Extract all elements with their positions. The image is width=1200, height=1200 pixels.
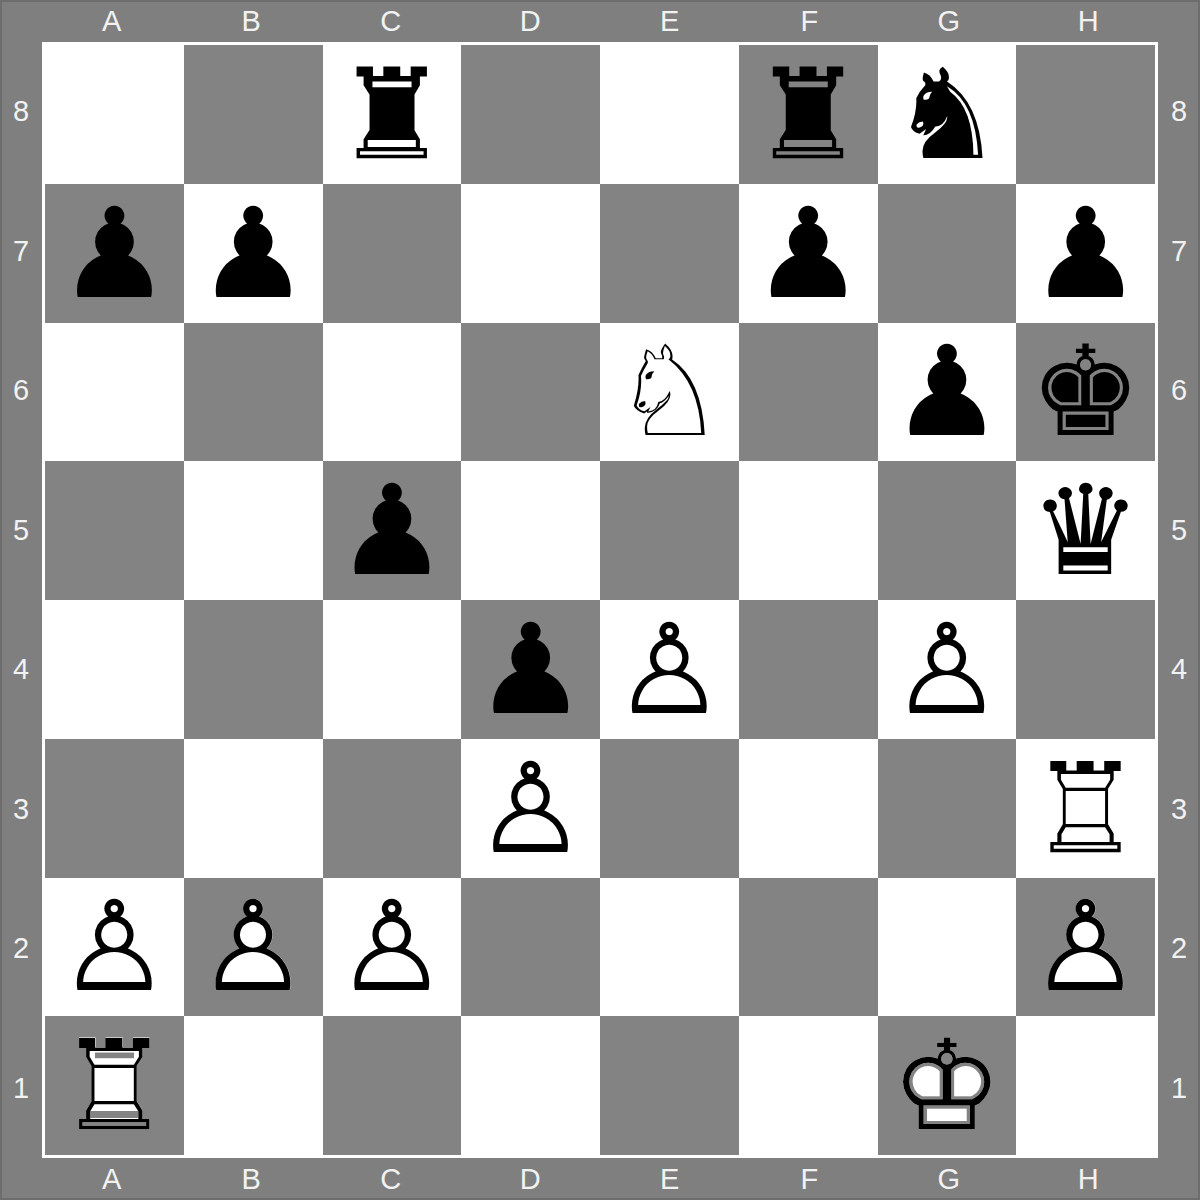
rank-label-right-3: 3 xyxy=(1158,740,1200,880)
file-label-top-g: G xyxy=(879,0,1019,42)
file-label-bottom-a: A xyxy=(42,1158,182,1200)
square-f1[interactable] xyxy=(739,1016,878,1155)
square-c4[interactable] xyxy=(323,600,462,739)
square-d2[interactable] xyxy=(461,878,600,1017)
square-h5[interactable]: ♛ xyxy=(1016,461,1155,600)
piece-white-pawn: ♟♙ xyxy=(600,600,739,739)
square-d8[interactable] xyxy=(461,45,600,184)
black-piece-glyph: ♟ xyxy=(878,323,1017,462)
black-piece-glyph: ♜ xyxy=(739,45,878,184)
file-label-top-c: C xyxy=(321,0,461,42)
file-label-top-f: F xyxy=(740,0,880,42)
square-e1[interactable] xyxy=(600,1016,739,1155)
file-label-bottom-f: F xyxy=(740,1158,880,1200)
square-h3[interactable]: ♜♖ xyxy=(1016,739,1155,878)
black-piece-glyph: ♟ xyxy=(184,184,323,323)
square-h8[interactable] xyxy=(1016,45,1155,184)
square-h7[interactable]: ♟ xyxy=(1016,184,1155,323)
square-b6[interactable] xyxy=(184,323,323,462)
white-piece-outline-layer: ♙ xyxy=(878,600,1017,739)
square-f7[interactable]: ♟ xyxy=(739,184,878,323)
square-g2[interactable] xyxy=(878,878,1017,1017)
rank-label-right-2: 2 xyxy=(1158,879,1200,1019)
square-e4[interactable]: ♟♙ xyxy=(600,600,739,739)
piece-black-rook: ♜ xyxy=(739,45,878,184)
piece-white-rook: ♜♖ xyxy=(1016,739,1155,878)
rank-label-left-5: 5 xyxy=(0,461,42,601)
file-label-top-e: E xyxy=(600,0,740,42)
white-piece-outline-layer: ♘ xyxy=(600,323,739,462)
piece-black-queen: ♛ xyxy=(1016,461,1155,600)
square-d1[interactable] xyxy=(461,1016,600,1155)
square-g4[interactable]: ♟♙ xyxy=(878,600,1017,739)
chess-diagram: ABCDEFGH ABCDEFGH 87654321 87654321 ♜♜♞♟… xyxy=(0,0,1200,1200)
square-b1[interactable] xyxy=(184,1016,323,1155)
piece-black-pawn: ♟ xyxy=(45,184,184,323)
rank-label-right-8: 8 xyxy=(1158,42,1200,182)
rank-label-left-1: 1 xyxy=(0,1019,42,1159)
square-g8[interactable]: ♞ xyxy=(878,45,1017,184)
square-c1[interactable] xyxy=(323,1016,462,1155)
square-c8[interactable]: ♜ xyxy=(323,45,462,184)
white-piece-outline-layer: ♖ xyxy=(1016,739,1155,878)
file-labels-top: ABCDEFGH xyxy=(42,0,1158,42)
black-piece-glyph: ♞ xyxy=(878,45,1017,184)
square-d6[interactable] xyxy=(461,323,600,462)
white-piece-outline-layer: ♔ xyxy=(878,1016,1017,1155)
square-a7[interactable]: ♟ xyxy=(45,184,184,323)
square-f5[interactable] xyxy=(739,461,878,600)
black-piece-glyph: ♟ xyxy=(739,184,878,323)
black-piece-glyph: ♟ xyxy=(45,184,184,323)
piece-black-pawn: ♟ xyxy=(184,184,323,323)
black-piece-glyph: ♚ xyxy=(1016,323,1155,462)
black-piece-glyph: ♟ xyxy=(1016,184,1155,323)
square-a1[interactable]: ♜♖ xyxy=(45,1016,184,1155)
piece-black-rook: ♜ xyxy=(323,45,462,184)
white-piece-outline-layer: ♙ xyxy=(323,878,462,1017)
rank-label-right-5: 5 xyxy=(1158,461,1200,601)
white-piece-outline-layer: ♙ xyxy=(184,878,323,1017)
piece-black-pawn: ♟ xyxy=(323,461,462,600)
square-g1[interactable]: ♚♔ xyxy=(878,1016,1017,1155)
square-c7[interactable] xyxy=(323,184,462,323)
black-piece-glyph: ♜ xyxy=(323,45,462,184)
square-f3[interactable] xyxy=(739,739,878,878)
square-a5[interactable] xyxy=(45,461,184,600)
rank-label-left-4: 4 xyxy=(0,600,42,740)
square-e3[interactable] xyxy=(600,739,739,878)
square-f6[interactable] xyxy=(739,323,878,462)
piece-white-pawn: ♟♙ xyxy=(461,739,600,878)
square-e5[interactable] xyxy=(600,461,739,600)
square-h6[interactable]: ♚ xyxy=(1016,323,1155,462)
piece-black-king: ♚ xyxy=(1016,323,1155,462)
file-label-bottom-c: C xyxy=(321,1158,461,1200)
piece-white-pawn: ♟♙ xyxy=(45,878,184,1017)
file-label-bottom-h: H xyxy=(1019,1158,1159,1200)
square-h1[interactable] xyxy=(1016,1016,1155,1155)
white-piece-outline-layer: ♖ xyxy=(45,1016,184,1155)
file-label-top-h: H xyxy=(1019,0,1159,42)
square-f8[interactable]: ♜ xyxy=(739,45,878,184)
file-label-top-a: A xyxy=(42,0,182,42)
square-c2[interactable]: ♟♙ xyxy=(323,878,462,1017)
square-a8[interactable] xyxy=(45,45,184,184)
white-piece-outline-layer: ♙ xyxy=(600,600,739,739)
square-d5[interactable] xyxy=(461,461,600,600)
square-f2[interactable] xyxy=(739,878,878,1017)
square-f4[interactable] xyxy=(739,600,878,739)
file-label-bottom-b: B xyxy=(182,1158,322,1200)
black-piece-glyph: ♛ xyxy=(1016,461,1155,600)
square-e8[interactable] xyxy=(600,45,739,184)
rank-label-right-1: 1 xyxy=(1158,1019,1200,1159)
square-g6[interactable]: ♟ xyxy=(878,323,1017,462)
rank-label-right-7: 7 xyxy=(1158,182,1200,322)
chess-board: ♜♜♞♟♟♟♟♞♘♟♚♟♛♟♟♙♟♙♟♙♜♖♟♙♟♙♟♙♟♙♜♖♚♔ xyxy=(42,42,1158,1158)
square-b5[interactable] xyxy=(184,461,323,600)
file-label-bottom-g: G xyxy=(879,1158,1019,1200)
piece-white-pawn: ♟♙ xyxy=(878,600,1017,739)
piece-black-pawn: ♟ xyxy=(461,600,600,739)
white-piece-outline-layer: ♙ xyxy=(45,878,184,1017)
rank-label-left-2: 2 xyxy=(0,879,42,1019)
piece-white-knight: ♞♘ xyxy=(600,323,739,462)
square-e6[interactable]: ♞♘ xyxy=(600,323,739,462)
black-piece-glyph: ♟ xyxy=(461,600,600,739)
piece-white-rook: ♜♖ xyxy=(45,1016,184,1155)
piece-white-pawn: ♟♙ xyxy=(184,878,323,1017)
rank-label-left-6: 6 xyxy=(0,321,42,461)
square-c6[interactable] xyxy=(323,323,462,462)
square-c5[interactable]: ♟ xyxy=(323,461,462,600)
square-h4[interactable] xyxy=(1016,600,1155,739)
piece-black-knight: ♞ xyxy=(878,45,1017,184)
rank-label-left-8: 8 xyxy=(0,42,42,182)
square-b2[interactable]: ♟♙ xyxy=(184,878,323,1017)
square-d3[interactable]: ♟♙ xyxy=(461,739,600,878)
square-c3[interactable] xyxy=(323,739,462,878)
piece-black-pawn: ♟ xyxy=(1016,184,1155,323)
square-e7[interactable] xyxy=(600,184,739,323)
white-piece-outline-layer: ♙ xyxy=(461,739,600,878)
square-b7[interactable]: ♟ xyxy=(184,184,323,323)
square-d7[interactable] xyxy=(461,184,600,323)
square-d4[interactable]: ♟ xyxy=(461,600,600,739)
file-label-bottom-e: E xyxy=(600,1158,740,1200)
rank-labels-left: 87654321 xyxy=(0,42,42,1158)
square-g7[interactable] xyxy=(878,184,1017,323)
rank-label-left-3: 3 xyxy=(0,740,42,880)
piece-white-pawn: ♟♙ xyxy=(323,878,462,1017)
file-label-top-b: B xyxy=(182,0,322,42)
square-e2[interactable] xyxy=(600,878,739,1017)
piece-black-pawn: ♟ xyxy=(878,323,1017,462)
square-b4[interactable] xyxy=(184,600,323,739)
square-a6[interactable] xyxy=(45,323,184,462)
piece-white-king: ♚♔ xyxy=(878,1016,1017,1155)
piece-black-pawn: ♟ xyxy=(739,184,878,323)
rank-label-right-6: 6 xyxy=(1158,321,1200,461)
square-g3[interactable] xyxy=(878,739,1017,878)
file-label-bottom-d: D xyxy=(461,1158,601,1200)
square-h2[interactable]: ♟♙ xyxy=(1016,878,1155,1017)
square-a2[interactable]: ♟♙ xyxy=(45,878,184,1017)
rank-label-right-4: 4 xyxy=(1158,600,1200,740)
black-piece-glyph: ♟ xyxy=(323,461,462,600)
piece-white-pawn: ♟♙ xyxy=(1016,878,1155,1017)
rank-label-left-7: 7 xyxy=(0,182,42,322)
square-a3[interactable] xyxy=(45,739,184,878)
file-labels-bottom: ABCDEFGH xyxy=(42,1158,1158,1200)
white-piece-outline-layer: ♙ xyxy=(1016,878,1155,1017)
rank-labels-right: 87654321 xyxy=(1158,42,1200,1158)
square-a4[interactable] xyxy=(45,600,184,739)
square-g5[interactable] xyxy=(878,461,1017,600)
square-b3[interactable] xyxy=(184,739,323,878)
file-label-top-d: D xyxy=(461,0,601,42)
square-b8[interactable] xyxy=(184,45,323,184)
